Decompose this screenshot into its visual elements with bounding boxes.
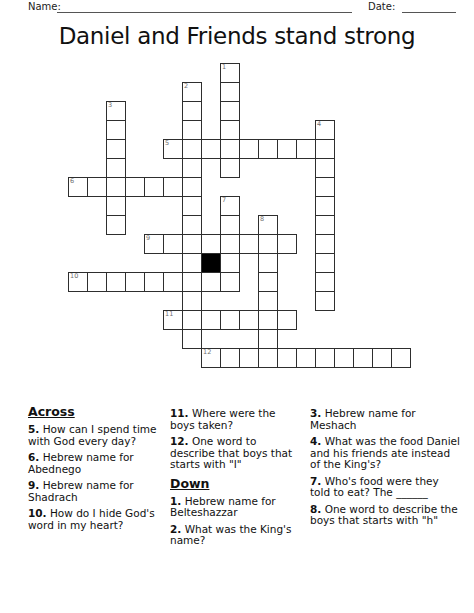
cell-number-11: 11 xyxy=(165,311,173,318)
grid-cell-r11c0[interactable]: 10 xyxy=(68,272,88,292)
grid-cell-r7c13[interactable] xyxy=(315,196,335,216)
clue-number: 2. xyxy=(170,523,181,535)
clue-number: 5. xyxy=(28,423,39,435)
clue-column-1: Across5. How can I spend time with God e… xyxy=(28,404,164,552)
grid-cell-r5c13[interactable] xyxy=(315,158,335,178)
clue-number: 1. xyxy=(170,495,181,507)
grid-cell-r8c10[interactable]: 8 xyxy=(258,215,278,235)
clue-across-11: 11. Where were the boys taken? xyxy=(170,408,302,431)
clue-number: 9. xyxy=(28,479,39,491)
grid-cell-r15c13[interactable] xyxy=(315,348,335,368)
across-header: Across xyxy=(28,404,164,419)
grid-cell-r15c14[interactable] xyxy=(334,348,354,368)
grid-cell-r1c8[interactable] xyxy=(220,82,240,102)
grid-cell-r11c5[interactable] xyxy=(163,272,183,292)
cell-number-6: 6 xyxy=(70,178,74,185)
grid-cell-r13c10[interactable] xyxy=(258,310,278,330)
down-header: Down xyxy=(170,476,302,491)
clue-down-2: 2. What was the King's name? xyxy=(170,524,302,547)
clue-across-5: 5. How can I spend time with God every d… xyxy=(28,424,164,447)
date-blank-line[interactable] xyxy=(402,2,456,13)
grid-cell-r11c10[interactable] xyxy=(258,272,278,292)
grid-cell-r9c11[interactable] xyxy=(277,234,297,254)
grid-cell-r11c4[interactable] xyxy=(144,272,164,292)
grid-cell-r6c13[interactable] xyxy=(315,177,335,197)
grid-cell-r13c7[interactable] xyxy=(201,310,221,330)
grid-cell-r3c6[interactable] xyxy=(182,120,202,140)
grid-cell-r12c13[interactable] xyxy=(315,291,335,311)
grid-cell-r15c11[interactable] xyxy=(277,348,297,368)
grid-cell-r9c13[interactable] xyxy=(315,234,335,254)
grid-cell-r4c12[interactable] xyxy=(296,139,316,159)
grid-cell-r12c10[interactable] xyxy=(258,291,278,311)
grid-cell-r9c7[interactable] xyxy=(201,234,221,254)
black-cell-r10c7 xyxy=(201,253,221,273)
grid-cell-r2c6[interactable] xyxy=(182,101,202,121)
clue-across-12: 12. One word to describe that boys that … xyxy=(170,436,302,471)
grid-cell-r2c8[interactable] xyxy=(220,101,240,121)
grid-cell-r6c1[interactable] xyxy=(87,177,107,197)
grid-cell-r12c6[interactable] xyxy=(182,291,202,311)
cell-number-8: 8 xyxy=(260,216,264,223)
clue-number: 8. xyxy=(310,503,321,515)
grid-cell-r4c10[interactable] xyxy=(258,139,278,159)
grid-cell-r3c8[interactable] xyxy=(220,120,240,140)
grid-cell-r11c13[interactable] xyxy=(315,272,335,292)
cell-number-4: 4 xyxy=(317,121,321,128)
grid-cell-r3c13[interactable]: 4 xyxy=(315,120,335,140)
grid-cell-r9c9[interactable] xyxy=(239,234,259,254)
grid-cell-r4c7[interactable] xyxy=(201,139,221,159)
grid-cell-r2c2[interactable]: 3 xyxy=(106,101,126,121)
grid-cell-r9c8[interactable] xyxy=(220,234,240,254)
grid-cell-r4c5[interactable]: 5 xyxy=(163,139,183,159)
grid-cell-r6c3[interactable] xyxy=(125,177,145,197)
grid-cell-r8c8[interactable] xyxy=(220,215,240,235)
clue-number: 4. xyxy=(310,435,321,447)
clue-number: 10. xyxy=(28,507,47,519)
grid-cell-r0c8[interactable]: 1 xyxy=(220,63,240,83)
grid-cell-r4c11[interactable] xyxy=(277,139,297,159)
cell-number-10: 10 xyxy=(70,273,78,280)
grid-cell-r15c17[interactable] xyxy=(391,348,411,368)
grid-cell-r8c13[interactable] xyxy=(315,215,335,235)
clue-down-1: 1. Hebrew name for Belteshazzar xyxy=(170,496,302,519)
grid-cell-r7c2[interactable] xyxy=(106,196,126,216)
cell-number-9: 9 xyxy=(146,235,150,242)
cell-number-3: 3 xyxy=(108,102,112,109)
cell-number-7: 7 xyxy=(222,197,226,204)
clue-down-3: 3. Hebrew name for Meshach xyxy=(310,408,460,431)
clue-column-3: 3. Hebrew name for Meshach4. What was th… xyxy=(310,404,460,552)
grid-cell-r10c6[interactable] xyxy=(182,253,202,273)
name-label: Name: xyxy=(28,1,61,12)
grid-cell-r5c2[interactable] xyxy=(106,158,126,178)
clue-section: Across5. How can I spend time with God e… xyxy=(28,404,460,552)
grid-cell-r8c2[interactable] xyxy=(106,215,126,235)
grid-cell-r8c6[interactable] xyxy=(182,215,202,235)
grid-cell-r6c0[interactable]: 6 xyxy=(68,177,88,197)
grid-cell-r4c6[interactable] xyxy=(182,139,202,159)
cell-number-5: 5 xyxy=(165,140,169,147)
grid-cell-r10c10[interactable] xyxy=(258,253,278,273)
grid-cell-r6c4[interactable] xyxy=(144,177,164,197)
name-blank-line[interactable] xyxy=(57,2,352,13)
clue-number: 7. xyxy=(310,475,321,487)
grid-cell-r13c8[interactable] xyxy=(220,310,240,330)
grid-cell-r11c6[interactable] xyxy=(182,272,202,292)
grid-cell-r5c8[interactable] xyxy=(220,158,240,178)
grid-cell-r6c6[interactable] xyxy=(182,177,202,197)
grid-cell-r4c13[interactable] xyxy=(315,139,335,159)
grid-cell-r13c11[interactable] xyxy=(277,310,297,330)
clue-down-8: 8. One word to describe the boys that st… xyxy=(310,504,460,527)
grid-cell-r14c10[interactable] xyxy=(258,329,278,349)
clue-number: 3. xyxy=(310,407,321,419)
grid-cell-r4c8[interactable] xyxy=(220,139,240,159)
grid-cell-r11c2[interactable] xyxy=(106,272,126,292)
grid-cell-r3c2[interactable] xyxy=(106,120,126,140)
grid-cell-r10c8[interactable] xyxy=(220,253,240,273)
grid-cell-r11c1[interactable] xyxy=(87,272,107,292)
clue-across-9: 9. Hebrew name for Shadrach xyxy=(28,480,164,503)
clue-number: 12. xyxy=(170,435,189,447)
grid-cell-r6c2[interactable] xyxy=(106,177,126,197)
clue-number: 6. xyxy=(28,451,39,463)
grid-cell-r1c6[interactable]: 2 xyxy=(182,82,202,102)
grid-cell-r14c6[interactable] xyxy=(182,329,202,349)
grid-cell-r15c12[interactable] xyxy=(296,348,316,368)
puzzle-title: Daniel and Friends stand strong xyxy=(0,23,474,49)
grid-cell-r10c13[interactable] xyxy=(315,253,335,273)
grid-cell-r9c10[interactable] xyxy=(258,234,278,254)
grid-cell-r7c8[interactable]: 7 xyxy=(220,196,240,216)
grid-cell-r13c9[interactable] xyxy=(239,310,259,330)
grid-cell-r15c16[interactable] xyxy=(372,348,392,368)
grid-cell-r9c4[interactable]: 9 xyxy=(144,234,164,254)
grid-cell-r6c5[interactable] xyxy=(163,177,183,197)
grid-cell-r15c9[interactable] xyxy=(239,348,259,368)
grid-cell-r7c6[interactable] xyxy=(182,196,202,216)
grid-cell-r15c8[interactable] xyxy=(220,348,240,368)
clue-down-7: 7. Who's food were they told to eat? The… xyxy=(310,476,460,499)
grid-cell-r4c2[interactable] xyxy=(106,139,126,159)
grid-cell-r11c3[interactable] xyxy=(125,272,145,292)
cell-number-1: 1 xyxy=(222,64,226,71)
grid-cell-r11c7[interactable] xyxy=(201,272,221,292)
clue-across-10: 10. How do I hide God's word in my heart… xyxy=(28,508,164,531)
grid-cell-r13c5[interactable]: 11 xyxy=(163,310,183,330)
grid-cell-r4c9[interactable] xyxy=(239,139,259,159)
grid-cell-r15c15[interactable] xyxy=(353,348,373,368)
cell-number-12: 12 xyxy=(203,349,211,356)
grid-cell-r13c6[interactable] xyxy=(182,310,202,330)
grid-cell-r15c10[interactable] xyxy=(258,348,278,368)
clue-down-4: 4. What was the food Daniel and his frie… xyxy=(310,436,460,471)
clue-column-2: 11. Where were the boys taken?12. One wo… xyxy=(170,404,302,552)
clue-number: 11. xyxy=(170,407,189,419)
grid-cell-r5c6[interactable] xyxy=(182,158,202,178)
grid-cell-r9c6[interactable] xyxy=(182,234,202,254)
clue-across-6: 6. Hebrew name for Abednego xyxy=(28,452,164,475)
crossword-grid: 123456789101112 xyxy=(68,63,411,368)
cell-number-2: 2 xyxy=(184,83,188,90)
grid-cell-r15c7[interactable]: 12 xyxy=(201,348,221,368)
date-label: Date: xyxy=(368,1,395,12)
worksheet-page: Name: Date: Daniel and Friends stand str… xyxy=(0,0,474,613)
grid-cell-r9c5[interactable] xyxy=(163,234,183,254)
grid-cell-r11c8[interactable] xyxy=(220,272,240,292)
